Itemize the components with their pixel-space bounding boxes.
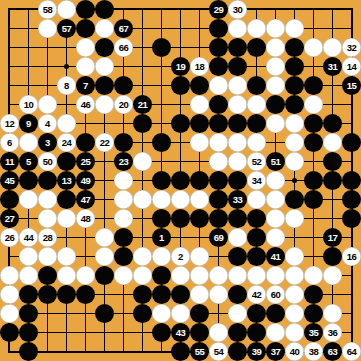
white-stone-move-22: 22 — [95, 133, 114, 152]
white-stone-move-26: 26 — [0, 228, 19, 247]
black-stone-move-63: 63 — [323, 342, 342, 361]
white-stone — [95, 19, 114, 38]
black-stone — [133, 285, 152, 304]
white-stone — [266, 76, 285, 95]
black-stone — [342, 190, 361, 209]
white-stone-move-18: 18 — [190, 57, 209, 76]
black-stone-move-35: 35 — [304, 323, 323, 342]
white-stone — [57, 0, 76, 19]
white-stone-move-14: 14 — [342, 57, 361, 76]
white-stone-move-2: 2 — [171, 247, 190, 266]
black-stone-move-69: 69 — [209, 228, 228, 247]
black-stone — [209, 114, 228, 133]
black-stone — [0, 190, 19, 209]
white-stone-move-42: 42 — [247, 285, 266, 304]
go-kifu-diagram: 5829305767663219183114871510462021129463… — [0, 0, 361, 361]
black-stone — [247, 114, 266, 133]
white-stone — [57, 114, 76, 133]
go-board[interactable]: 5829305767663219183114871510462021129463… — [0, 0, 361, 361]
white-stone — [285, 323, 304, 342]
white-stone-move-28: 28 — [38, 228, 57, 247]
black-stone — [342, 171, 361, 190]
black-stone — [304, 190, 323, 209]
black-stone-move-41: 41 — [266, 247, 285, 266]
black-stone — [171, 285, 190, 304]
white-stone-move-34: 34 — [247, 171, 266, 190]
white-stone — [285, 19, 304, 38]
white-stone-move-12: 12 — [0, 114, 19, 133]
white-stone — [247, 190, 266, 209]
white-stone — [266, 57, 285, 76]
black-stone — [342, 209, 361, 228]
white-stone — [133, 152, 152, 171]
black-stone-move-21: 21 — [133, 95, 152, 114]
white-stone — [38, 95, 57, 114]
white-stone — [95, 95, 114, 114]
white-stone — [114, 209, 133, 228]
black-stone — [76, 133, 95, 152]
white-stone — [95, 228, 114, 247]
black-stone — [95, 266, 114, 285]
white-stone — [285, 209, 304, 228]
black-stone — [95, 304, 114, 323]
white-stone — [209, 266, 228, 285]
black-stone-move-29: 29 — [209, 0, 228, 19]
white-stone — [152, 247, 171, 266]
black-stone — [209, 38, 228, 57]
black-stone-move-57: 57 — [57, 19, 76, 38]
black-stone — [228, 323, 247, 342]
white-stone — [285, 247, 304, 266]
black-stone — [209, 57, 228, 76]
white-stone — [209, 323, 228, 342]
white-stone — [323, 304, 342, 323]
black-stone-move-55: 55 — [190, 342, 209, 361]
black-stone — [57, 285, 76, 304]
white-stone — [285, 114, 304, 133]
black-stone — [171, 171, 190, 190]
white-stone — [38, 19, 57, 38]
black-stone — [76, 19, 95, 38]
white-stone-move-36: 36 — [323, 323, 342, 342]
black-stone — [133, 304, 152, 323]
black-stone-move-15: 15 — [342, 76, 361, 95]
black-stone — [228, 114, 247, 133]
white-stone-move-40: 40 — [285, 342, 304, 361]
black-stone — [171, 342, 190, 361]
black-stone-move-31: 31 — [323, 57, 342, 76]
black-stone — [228, 38, 247, 57]
black-stone — [323, 114, 342, 133]
black-stone — [114, 228, 133, 247]
white-stone — [285, 304, 304, 323]
black-stone — [342, 133, 361, 152]
white-stone — [171, 266, 190, 285]
black-stone — [304, 114, 323, 133]
black-stone-move-39: 39 — [247, 342, 266, 361]
white-stone — [228, 266, 247, 285]
white-stone — [190, 266, 209, 285]
white-stone — [0, 285, 19, 304]
white-stone-move-24: 24 — [57, 133, 76, 152]
white-stone — [304, 95, 323, 114]
hoshi-point — [292, 178, 297, 183]
black-stone — [114, 133, 133, 152]
black-stone — [209, 19, 228, 38]
black-stone-move-17: 17 — [323, 228, 342, 247]
black-stone — [228, 171, 247, 190]
white-stone — [114, 266, 133, 285]
black-stone — [19, 304, 38, 323]
black-stone — [304, 304, 323, 323]
black-stone — [266, 95, 285, 114]
black-stone — [247, 76, 266, 95]
black-stone-move-51: 51 — [266, 152, 285, 171]
white-stone — [0, 304, 19, 323]
black-stone-move-33: 33 — [228, 190, 247, 209]
black-stone — [76, 0, 95, 19]
black-stone — [114, 76, 133, 95]
white-stone-move-10: 10 — [19, 95, 38, 114]
white-stone — [190, 133, 209, 152]
black-stone — [209, 190, 228, 209]
black-stone-move-19: 19 — [171, 57, 190, 76]
black-stone — [95, 38, 114, 57]
black-stone — [19, 342, 38, 361]
black-stone — [285, 95, 304, 114]
white-stone — [304, 266, 323, 285]
white-stone — [190, 95, 209, 114]
white-stone-move-38: 38 — [304, 342, 323, 361]
black-stone — [228, 57, 247, 76]
white-stone — [190, 190, 209, 209]
black-stone — [114, 247, 133, 266]
black-stone — [19, 171, 38, 190]
black-stone — [304, 133, 323, 152]
white-stone — [266, 323, 285, 342]
black-stone — [95, 76, 114, 95]
white-stone — [285, 266, 304, 285]
black-stone — [209, 95, 228, 114]
white-stone-move-20: 20 — [114, 95, 133, 114]
black-stone — [190, 76, 209, 95]
black-stone — [247, 323, 266, 342]
black-stone — [285, 190, 304, 209]
black-stone — [76, 285, 95, 304]
black-stone — [38, 171, 57, 190]
white-stone — [57, 266, 76, 285]
white-stone-move-64: 64 — [342, 342, 361, 361]
white-stone — [133, 190, 152, 209]
black-stone-move-3: 3 — [38, 133, 57, 152]
black-stone — [247, 228, 266, 247]
black-stone — [285, 76, 304, 95]
white-stone — [247, 19, 266, 38]
white-stone-move-58: 58 — [38, 0, 57, 19]
black-stone — [228, 209, 247, 228]
white-stone — [209, 285, 228, 304]
white-stone — [247, 266, 266, 285]
white-stone — [19, 247, 38, 266]
white-stone-move-66: 66 — [114, 38, 133, 57]
white-stone — [19, 190, 38, 209]
white-stone — [190, 285, 209, 304]
black-stone — [38, 285, 57, 304]
white-stone-move-6: 6 — [0, 133, 19, 152]
white-stone — [152, 304, 171, 323]
white-stone — [247, 133, 266, 152]
white-stone — [266, 209, 285, 228]
white-stone — [228, 19, 247, 38]
black-stone — [323, 247, 342, 266]
white-stone-move-44: 44 — [19, 228, 38, 247]
white-stone — [95, 57, 114, 76]
black-stone — [95, 0, 114, 19]
white-stone — [228, 76, 247, 95]
white-stone — [285, 133, 304, 152]
white-stone — [323, 38, 342, 57]
black-stone — [304, 76, 323, 95]
black-stone — [0, 323, 19, 342]
white-stone-move-32: 32 — [342, 38, 361, 57]
white-stone — [171, 190, 190, 209]
black-stone-move-43: 43 — [171, 323, 190, 342]
white-stone — [57, 247, 76, 266]
black-stone-move-37: 37 — [266, 342, 285, 361]
white-stone — [323, 133, 342, 152]
black-stone — [190, 323, 209, 342]
white-stone-move-48: 48 — [76, 209, 95, 228]
black-stone — [247, 38, 266, 57]
white-stone — [266, 171, 285, 190]
white-stone — [76, 57, 95, 76]
white-stone — [266, 266, 285, 285]
black-stone — [228, 342, 247, 361]
black-stone — [304, 285, 323, 304]
white-stone — [266, 190, 285, 209]
black-stone — [323, 171, 342, 190]
black-stone-move-45: 45 — [0, 171, 19, 190]
black-stone — [285, 57, 304, 76]
white-stone — [323, 266, 342, 285]
black-stone — [133, 114, 152, 133]
white-stone-move-52: 52 — [247, 152, 266, 171]
black-stone — [38, 266, 57, 285]
black-stone — [190, 304, 209, 323]
white-stone — [266, 38, 285, 57]
black-stone — [171, 209, 190, 228]
black-stone — [247, 209, 266, 228]
black-stone — [152, 171, 171, 190]
white-stone — [133, 266, 152, 285]
white-stone — [152, 190, 171, 209]
black-stone-move-23: 23 — [114, 152, 133, 171]
black-stone-move-67: 67 — [114, 19, 133, 38]
white-stone — [133, 247, 152, 266]
white-stone — [228, 152, 247, 171]
white-stone — [38, 209, 57, 228]
black-stone-move-27: 27 — [0, 209, 19, 228]
white-stone — [228, 95, 247, 114]
black-stone — [228, 285, 247, 304]
black-stone — [152, 38, 171, 57]
white-stone — [19, 133, 38, 152]
black-stone — [152, 133, 171, 152]
white-stone — [247, 95, 266, 114]
black-stone — [152, 323, 171, 342]
white-stone — [285, 285, 304, 304]
white-stone — [76, 38, 95, 57]
black-stone — [152, 266, 171, 285]
black-stone — [285, 38, 304, 57]
black-stone-move-7: 7 — [76, 76, 95, 95]
white-stone — [38, 247, 57, 266]
black-stone — [247, 247, 266, 266]
white-stone — [171, 304, 190, 323]
white-stone — [95, 247, 114, 266]
black-stone — [190, 209, 209, 228]
black-stone-move-25: 25 — [76, 152, 95, 171]
white-stone — [209, 152, 228, 171]
black-stone — [19, 323, 38, 342]
white-stone-move-46: 46 — [76, 95, 95, 114]
white-stone — [114, 171, 133, 190]
hoshi-point — [64, 64, 69, 69]
white-stone — [114, 190, 133, 209]
black-stone — [266, 304, 285, 323]
black-stone-move-47: 47 — [76, 190, 95, 209]
white-stone — [0, 266, 19, 285]
white-stone-move-50: 50 — [38, 152, 57, 171]
black-stone — [152, 209, 171, 228]
black-stone — [228, 247, 247, 266]
black-stone — [152, 285, 171, 304]
white-stone-move-54: 54 — [209, 342, 228, 361]
white-stone-move-30: 30 — [228, 0, 247, 19]
white-stone — [209, 76, 228, 95]
white-stone — [19, 266, 38, 285]
white-stone — [57, 209, 76, 228]
white-stone — [285, 152, 304, 171]
white-stone-move-8: 8 — [57, 76, 76, 95]
white-stone — [190, 247, 209, 266]
white-stone — [209, 133, 228, 152]
black-stone — [209, 209, 228, 228]
white-stone — [76, 266, 95, 285]
white-stone-move-60: 60 — [266, 285, 285, 304]
black-stone-move-49: 49 — [76, 171, 95, 190]
black-stone — [57, 190, 76, 209]
black-stone — [171, 76, 190, 95]
white-stone — [304, 38, 323, 57]
black-stone-move-5: 5 — [19, 152, 38, 171]
white-stone-move-4: 4 — [38, 114, 57, 133]
white-stone — [38, 190, 57, 209]
white-stone — [266, 114, 285, 133]
white-stone — [228, 304, 247, 323]
black-stone — [323, 152, 342, 171]
black-stone — [57, 152, 76, 171]
white-stone — [266, 19, 285, 38]
black-stone — [190, 114, 209, 133]
black-stone — [19, 285, 38, 304]
black-stone-move-9: 9 — [19, 114, 38, 133]
black-stone-move-13: 13 — [57, 171, 76, 190]
white-stone — [228, 133, 247, 152]
black-stone — [209, 171, 228, 190]
black-stone — [190, 171, 209, 190]
black-stone — [171, 114, 190, 133]
black-stone — [304, 171, 323, 190]
black-stone-move-11: 11 — [0, 152, 19, 171]
black-stone-move-1: 1 — [152, 228, 171, 247]
white-stone — [266, 228, 285, 247]
white-stone-move-16: 16 — [342, 247, 361, 266]
black-stone — [247, 304, 266, 323]
white-stone — [228, 228, 247, 247]
